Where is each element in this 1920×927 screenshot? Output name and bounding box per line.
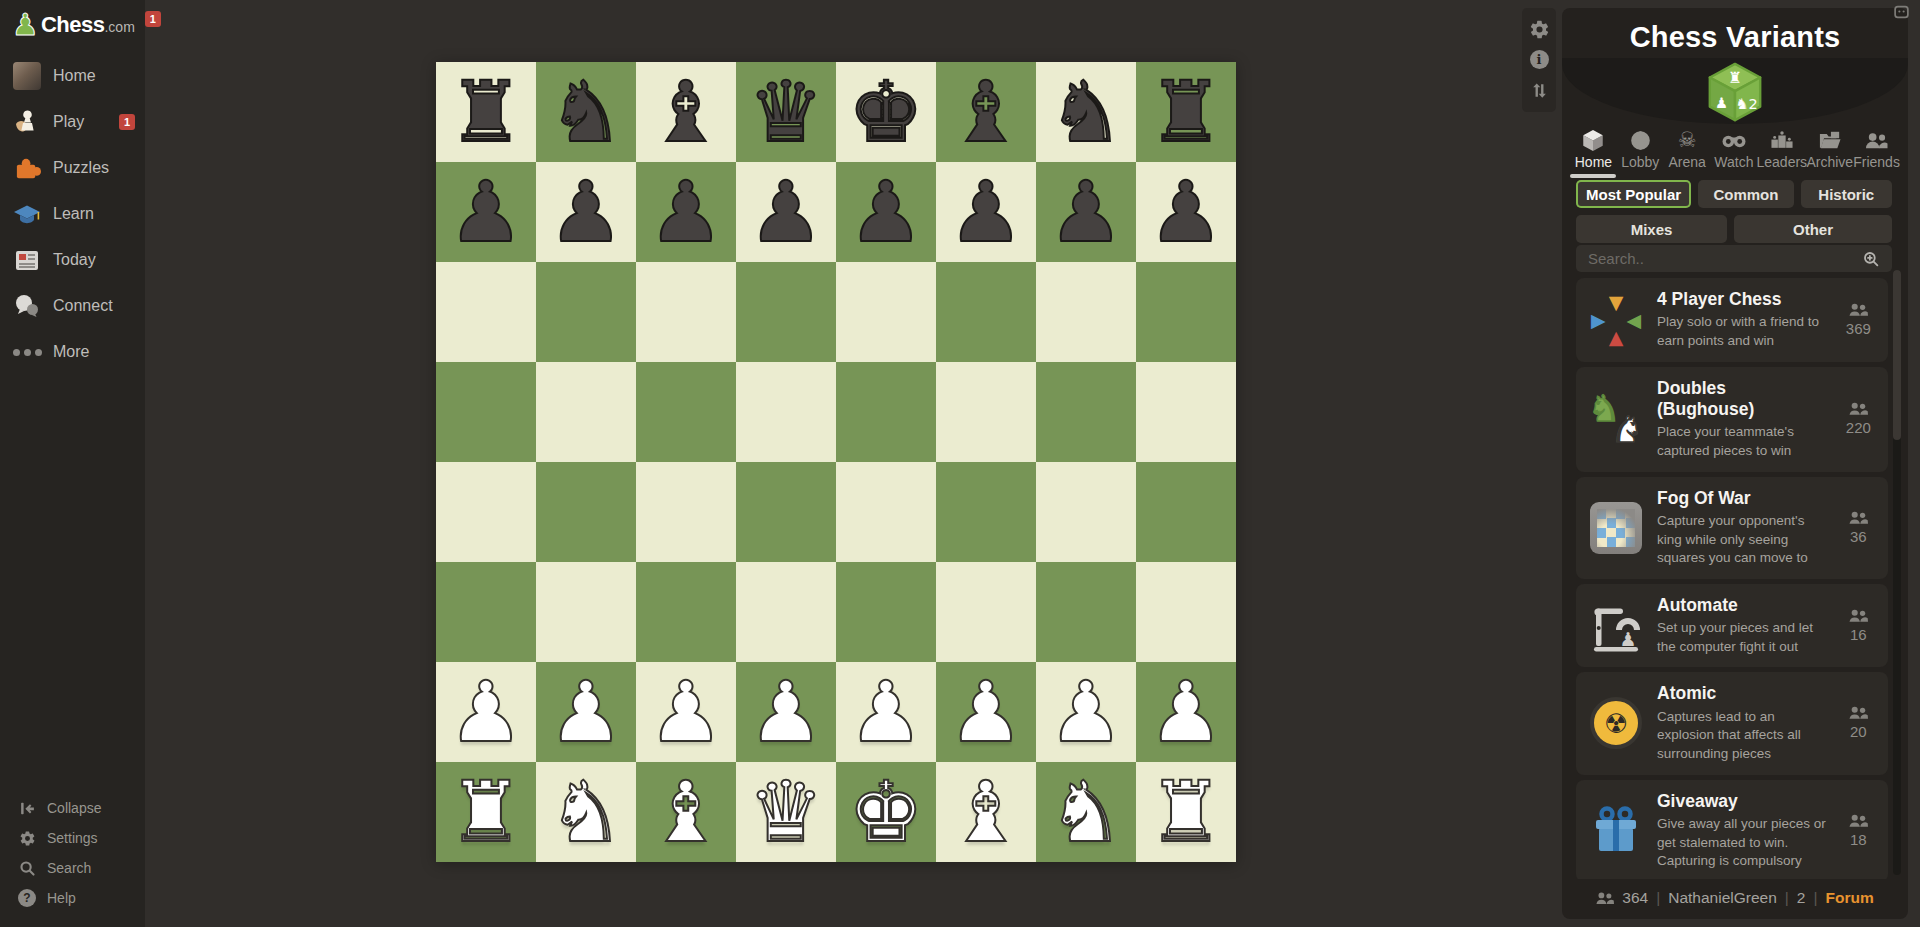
- tab-friends[interactable]: Friends: [1853, 129, 1900, 178]
- square-d6[interactable]: [736, 262, 836, 362]
- square-d5[interactable]: [736, 362, 836, 462]
- filter-common[interactable]: Common: [1698, 180, 1793, 208]
- square-f6[interactable]: [936, 262, 1036, 362]
- people-icon: [1849, 814, 1868, 828]
- square-e4[interactable]: [836, 462, 936, 562]
- radiation-icon: ☢: [1588, 695, 1644, 751]
- four-arrows-icon: ▼▶ ◀▲: [1588, 292, 1644, 348]
- sidebar-footer-label: Help: [47, 890, 76, 906]
- square-e5[interactable]: [836, 362, 936, 462]
- square-f7[interactable]: ♟: [936, 162, 1036, 262]
- square-c8[interactable]: ♝: [636, 62, 736, 162]
- filter-other[interactable]: Other: [1734, 215, 1892, 243]
- sidebar-item-label: Play: [53, 113, 84, 131]
- player-count: 36: [1841, 511, 1876, 545]
- sidebar-item-label: Puzzles: [53, 159, 109, 177]
- online-count: 364: [1622, 889, 1648, 907]
- people-icon: [1849, 706, 1868, 720]
- newspaper-icon: [13, 246, 41, 274]
- archive-folder-icon: [1819, 129, 1841, 152]
- square-b7[interactable]: ♟: [536, 162, 636, 262]
- square-e1[interactable]: ♚: [836, 762, 936, 862]
- user-avatar: [13, 62, 41, 90]
- player-count-value: 20: [1850, 723, 1867, 740]
- piece-black-pawn: ♟: [1148, 170, 1223, 254]
- piece-black-knight: ♞: [1048, 70, 1123, 154]
- square-a6[interactable]: [436, 262, 536, 362]
- chesscom-logo[interactable]: ♟ Chess.com 1: [0, 0, 145, 44]
- filter-buttons: Most Popular Common Historic Mixes Other: [1576, 180, 1892, 250]
- piece-white-pawn: ♟: [948, 670, 1023, 754]
- sidebar-item-settings[interactable]: Settings: [0, 823, 145, 853]
- panel-tabs: Home Lobby ☠ Arena Watch: [1562, 129, 1908, 178]
- variant-card-4-player-chess[interactable]: ▼▶ ◀▲ 4 Player Chess Play solo or with a…: [1576, 278, 1888, 362]
- variant-name: 4 Player Chess: [1657, 289, 1828, 310]
- square-d1[interactable]: ♛: [736, 762, 836, 862]
- svg-text:♟: ♟: [1715, 95, 1728, 111]
- square-h8[interactable]: ♜: [1136, 62, 1236, 162]
- chesscom-pawn-logo-icon: ♟: [12, 10, 39, 40]
- piece-white-king: ♚: [848, 770, 923, 854]
- panel-title: Chess Variants: [1562, 8, 1908, 54]
- svg-text:♜: ♜: [1728, 69, 1742, 87]
- puzzle-icon: [13, 154, 41, 182]
- people-icon: [1849, 511, 1868, 525]
- logo-notification-badge: 1: [145, 11, 161, 27]
- square-c2[interactable]: ♟: [636, 662, 736, 762]
- piece-white-pawn: ♟: [1048, 670, 1123, 754]
- piece-black-knight: ♞: [548, 70, 623, 154]
- square-e2[interactable]: ♟: [836, 662, 936, 762]
- tab-label: Friends: [1853, 154, 1900, 170]
- sidebar-footer-label: Collapse: [47, 800, 101, 816]
- fog-board-icon: [1588, 500, 1644, 556]
- variant-name: Fog Of War: [1657, 488, 1828, 509]
- variant-name: Automate: [1657, 595, 1828, 616]
- sidebar-item-connect[interactable]: Connect: [0, 283, 145, 329]
- player-count: 16: [1841, 609, 1876, 643]
- square-h5[interactable]: [1136, 362, 1236, 462]
- sidebar-item-help[interactable]: ? Help: [0, 883, 145, 913]
- people-icon: [1849, 402, 1868, 416]
- tab-arena[interactable]: ☠ Arena: [1664, 129, 1711, 178]
- sidebar-item-more[interactable]: More: [0, 329, 145, 375]
- square-g1[interactable]: ♞: [1036, 762, 1136, 862]
- gear-icon: [18, 829, 36, 847]
- square-d8[interactable]: ♛: [736, 62, 836, 162]
- tab-label: Leaders: [1757, 154, 1808, 170]
- skull-swords-icon: ☠: [1678, 129, 1697, 152]
- square-b1[interactable]: ♞: [536, 762, 636, 862]
- hand-pawn-icon: [13, 108, 41, 136]
- logo-brand: Chess: [41, 12, 105, 37]
- piece-black-pawn: ♟: [548, 170, 623, 254]
- square-e8[interactable]: ♚: [836, 62, 936, 162]
- sidebar-footer-label: Search: [47, 860, 91, 876]
- square-b4[interactable]: [536, 462, 636, 562]
- square-a8[interactable]: ♜: [436, 62, 536, 162]
- square-c5[interactable]: [636, 362, 736, 462]
- player-count-value: 18: [1850, 831, 1867, 848]
- square-f4[interactable]: [936, 462, 1036, 562]
- variant-desc: Place your teammate's captured pieces to…: [1657, 423, 1828, 460]
- gift-icon: [1588, 803, 1644, 859]
- variant-card-fog-of-war[interactable]: Fog Of War Capture your opponent's king …: [1576, 477, 1888, 579]
- sidebar-item-label: Today: [53, 251, 96, 269]
- square-b5[interactable]: [536, 362, 636, 462]
- variant-name: Doubles (Bughouse): [1657, 378, 1828, 421]
- square-d4[interactable]: [736, 462, 836, 562]
- square-f8[interactable]: ♝: [936, 62, 1036, 162]
- piece-black-rook: ♜: [1148, 70, 1223, 154]
- app-window: ♟ Chess.com 1 Home Play 1: [0, 0, 1920, 927]
- square-e6[interactable]: [836, 262, 936, 362]
- variants-list: ▼▶ ◀▲ 4 Player Chess Play solo or with a…: [1576, 278, 1888, 879]
- dice-tab-icon: [1582, 129, 1604, 152]
- square-g3[interactable]: [1036, 562, 1136, 662]
- variant-name: Giveaway: [1657, 791, 1828, 812]
- square-g5[interactable]: [1036, 362, 1136, 462]
- piece-white-bishop: ♝: [648, 770, 723, 854]
- tab-archive[interactable]: Archive: [1806, 129, 1853, 178]
- forum-link[interactable]: Forum: [1825, 889, 1873, 907]
- square-b6[interactable]: [536, 262, 636, 362]
- square-c7[interactable]: ♟: [636, 162, 736, 262]
- piece-black-pawn: ♟: [748, 170, 823, 254]
- player-count-value: 36: [1850, 528, 1867, 545]
- piece-black-pawn: ♟: [1048, 170, 1123, 254]
- square-a4[interactable]: [436, 462, 536, 562]
- piece-white-knight: ♞: [548, 770, 623, 854]
- people-icon: [1849, 609, 1868, 623]
- square-g4[interactable]: [1036, 462, 1136, 562]
- collapse-icon: [18, 799, 36, 817]
- square-c1[interactable]: ♝: [636, 762, 736, 862]
- sidebar-item-search[interactable]: Search: [0, 853, 145, 883]
- square-d7[interactable]: ♟: [736, 162, 836, 262]
- square-a2[interactable]: ♟: [436, 662, 536, 762]
- piece-white-rook: ♜: [1148, 770, 1223, 854]
- active-tab-underline: [1570, 174, 1616, 178]
- robot-arm-icon: ♟: [1588, 598, 1644, 654]
- piece-black-king: ♚: [848, 70, 923, 154]
- chat-bubbles-icon: [13, 292, 41, 320]
- square-c4[interactable]: [636, 462, 736, 562]
- sidebar-item-label: Home: [53, 67, 96, 85]
- widget-icon[interactable]: [1893, 3, 1910, 20]
- piece-white-pawn: ♟: [648, 670, 723, 754]
- square-f3[interactable]: [936, 562, 1036, 662]
- square-g2[interactable]: ♟: [1036, 662, 1136, 762]
- square-b8[interactable]: ♞: [536, 62, 636, 162]
- variant-name: Atomic: [1657, 683, 1828, 704]
- square-b2[interactable]: ♟: [536, 662, 636, 762]
- sidebar-item-today[interactable]: Today: [0, 237, 145, 283]
- square-g6[interactable]: [1036, 262, 1136, 362]
- square-e3[interactable]: [836, 562, 936, 662]
- sidebar-item-play[interactable]: Play 1: [0, 99, 145, 145]
- graduation-cap-icon: [13, 200, 41, 228]
- filter-historic[interactable]: Historic: [1801, 180, 1892, 208]
- sidebar-footer-label: Settings: [47, 830, 98, 846]
- piece-white-rook: ♜: [448, 770, 523, 854]
- variants-panel: Chess Variants ♜ ♟ ♞2 Home: [1562, 8, 1908, 919]
- search-magnifier-icon[interactable]: [1862, 250, 1886, 268]
- piece-black-rook: ♜: [448, 70, 523, 154]
- variant-desc: Captures lead to an explosion that affec…: [1657, 708, 1828, 764]
- square-h3[interactable]: [1136, 562, 1236, 662]
- tab-watch[interactable]: Watch: [1710, 129, 1757, 178]
- podium-icon: [1771, 129, 1793, 152]
- piece-black-pawn: ♟: [448, 170, 523, 254]
- square-h1[interactable]: ♜: [1136, 762, 1236, 862]
- ellipsis-icon: [13, 338, 41, 366]
- piece-black-pawn: ♟: [648, 170, 723, 254]
- piece-black-bishop: ♝: [648, 70, 723, 154]
- square-f1[interactable]: ♝: [936, 762, 1036, 862]
- variant-card-doubles-bughouse[interactable]: ♞♞ Doubles (Bughouse) Place your teammat…: [1576, 367, 1888, 472]
- search-icon: [18, 859, 36, 877]
- filter-mixes[interactable]: Mixes: [1576, 215, 1727, 243]
- player-count: 18: [1841, 814, 1876, 848]
- tab-leaders[interactable]: Leaders: [1757, 129, 1806, 178]
- variant-desc: Set up your pieces and let the computer …: [1657, 619, 1828, 656]
- search-input[interactable]: [1576, 250, 1862, 267]
- piece-white-knight: ♞: [1048, 770, 1123, 854]
- square-f5[interactable]: [936, 362, 1036, 462]
- piece-white-pawn: ♟: [848, 670, 923, 754]
- logo-text: Chess.com: [41, 12, 135, 38]
- sidebar-item-label: More: [53, 343, 89, 361]
- piece-white-queen: ♛: [748, 770, 823, 854]
- square-g7[interactable]: ♟: [1036, 162, 1136, 262]
- square-h4[interactable]: [1136, 462, 1236, 562]
- piece-white-bishop: ♝: [948, 770, 1023, 854]
- logo-tld: .com: [104, 19, 134, 35]
- svg-text:♞2: ♞2: [1736, 96, 1758, 112]
- status-games-count: 2: [1797, 889, 1806, 907]
- variant-desc: Play solo or with a friend to earn point…: [1657, 313, 1828, 350]
- sidebar-item-puzzles[interactable]: Puzzles: [0, 145, 145, 191]
- player-count-value: 16: [1850, 626, 1867, 643]
- variant-desc: Capture your opponent's king while only …: [1657, 512, 1828, 568]
- panel-tool-strip: i: [1522, 8, 1556, 112]
- people-icon: [1849, 303, 1868, 317]
- sidebar-item-home[interactable]: Home: [0, 53, 145, 99]
- square-e7[interactable]: ♟: [836, 162, 936, 262]
- player-count: 369: [1841, 303, 1876, 337]
- square-h2[interactable]: ♟: [1136, 662, 1236, 762]
- square-a5[interactable]: [436, 362, 536, 462]
- square-h7[interactable]: ♟: [1136, 162, 1236, 262]
- binoculars-icon: [1722, 129, 1746, 152]
- piece-white-pawn: ♟: [1148, 670, 1223, 754]
- two-knights-icon: ♞♞: [1588, 391, 1644, 447]
- svg-text:♟: ♟: [1619, 628, 1636, 650]
- square-g8[interactable]: ♞: [1036, 62, 1136, 162]
- two-people-icon: [1865, 129, 1888, 152]
- piece-black-queen: ♛: [748, 70, 823, 154]
- variant-card-atomic[interactable]: ☢ Atomic Captures lead to an explosion t…: [1576, 672, 1888, 774]
- piece-black-bishop: ♝: [948, 70, 1023, 154]
- search-box: [1576, 245, 1892, 272]
- variant-card-automate[interactable]: ♟ Automate Set up your pieces and let th…: [1576, 584, 1888, 668]
- sidebar-item-collapse[interactable]: Collapse: [0, 793, 145, 823]
- piece-black-pawn: ♟: [948, 170, 1023, 254]
- scrollbar-track[interactable]: [1893, 270, 1901, 875]
- variants-dice-icon: ♜ ♟ ♞2: [1706, 62, 1764, 128]
- info-icon[interactable]: i: [1528, 49, 1550, 71]
- tab-label: Watch: [1714, 154, 1753, 170]
- player-count: 20: [1841, 706, 1876, 740]
- sidebar-item-label: Learn: [53, 205, 94, 223]
- globe-icon: [1630, 129, 1651, 152]
- help-icon: ?: [18, 889, 36, 907]
- square-h6[interactable]: [1136, 262, 1236, 362]
- online-players-icon: [1596, 892, 1614, 905]
- chess-board: ♜♞♝♛♚♝♞♜♟♟♟♟♟♟♟♟♟♟♟♟♟♟♟♟♜♞♝♛♚♝♞♜: [436, 62, 1236, 862]
- sidebar-item-learn[interactable]: Learn: [0, 191, 145, 237]
- variant-card-giveaway[interactable]: Giveaway Give away all your pieces or ge…: [1576, 780, 1888, 879]
- piece-black-pawn: ♟: [848, 170, 923, 254]
- piece-white-pawn: ♟: [448, 670, 523, 754]
- tab-label: Arena: [1668, 154, 1705, 170]
- status-username: NathanielGreen: [1668, 889, 1777, 907]
- piece-white-pawn: ♟: [548, 670, 623, 754]
- square-c3[interactable]: [636, 562, 736, 662]
- square-d3[interactable]: [736, 562, 836, 662]
- square-f2[interactable]: ♟: [936, 662, 1036, 762]
- status-bar: 364 | NathanielGreen | 2 | Forum: [1562, 884, 1908, 912]
- tab-label: Home: [1575, 154, 1612, 170]
- square-a1[interactable]: ♜: [436, 762, 536, 862]
- square-c6[interactable]: [636, 262, 736, 362]
- square-a7[interactable]: ♟: [436, 162, 536, 262]
- filter-most-popular[interactable]: Most Popular: [1576, 180, 1691, 208]
- scrollbar-thumb[interactable]: [1893, 270, 1901, 440]
- play-notification-badge: 1: [119, 114, 135, 130]
- tab-lobby[interactable]: Lobby: [1617, 129, 1664, 178]
- square-d2[interactable]: ♟: [736, 662, 836, 762]
- square-a3[interactable]: [436, 562, 536, 662]
- tab-home[interactable]: Home: [1570, 129, 1617, 178]
- player-count-value: 369: [1846, 320, 1871, 337]
- swap-arrows-icon[interactable]: [1528, 80, 1550, 102]
- variant-desc: Give away all your pieces or get stalema…: [1657, 815, 1828, 871]
- sidebar-nav: Home Play 1 Puzz: [0, 53, 145, 375]
- sidebar: ♟ Chess.com 1 Home Play 1: [0, 0, 145, 927]
- player-count-value: 220: [1846, 419, 1871, 436]
- panel-settings-gear-icon[interactable]: [1528, 18, 1550, 40]
- player-count: 220: [1841, 402, 1876, 436]
- sidebar-footer: Collapse Settings Search ?: [0, 793, 145, 913]
- sidebar-item-label: Connect: [53, 297, 113, 315]
- tab-label: Archive: [1806, 154, 1853, 170]
- tab-label: Lobby: [1621, 154, 1659, 170]
- piece-white-pawn: ♟: [748, 670, 823, 754]
- square-b3[interactable]: [536, 562, 636, 662]
